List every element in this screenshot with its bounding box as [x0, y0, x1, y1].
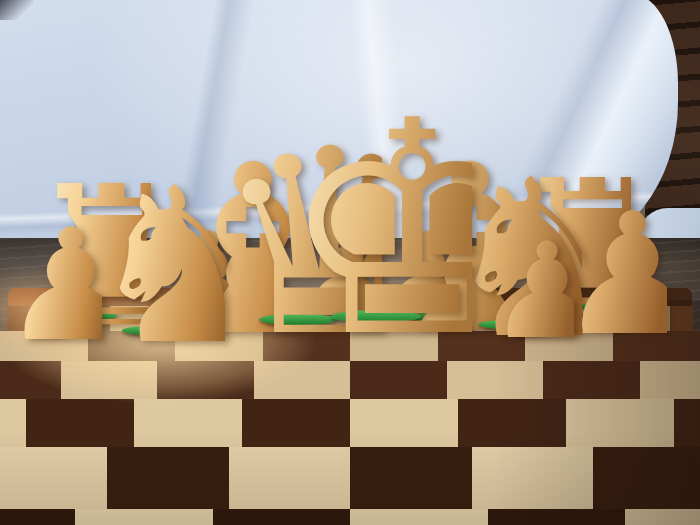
board-square	[472, 447, 594, 509]
chess-set-photo: ♟♜♞♟♝♛♟♚♟♝♞♟♜♟	[0, 0, 700, 525]
board-square	[350, 509, 488, 525]
piece-pawn-a-front: ♟	[2, 223, 103, 335]
piece-pawn-h-front: ♟	[557, 206, 667, 328]
board-square	[458, 399, 566, 447]
board-square	[229, 447, 351, 509]
board-square	[134, 399, 242, 447]
pawn-glyph: ♟	[557, 191, 667, 359]
board-rank	[0, 447, 700, 509]
board-square	[107, 447, 229, 509]
board-square	[26, 399, 134, 447]
board-square	[75, 509, 213, 525]
board-rank	[0, 509, 700, 525]
board-square	[674, 399, 700, 447]
corner-shadow	[0, 0, 34, 20]
board-square	[566, 399, 674, 447]
board-square	[350, 447, 472, 509]
board-square	[242, 399, 350, 447]
board-square	[350, 399, 458, 447]
board-square	[488, 509, 626, 525]
board-square	[593, 447, 700, 509]
pawn-glyph: ♟	[2, 209, 103, 364]
board-rank	[0, 399, 700, 447]
board-square	[213, 509, 351, 525]
piece-king: ♚	[280, 107, 473, 321]
board-square	[0, 447, 107, 509]
board-square	[625, 509, 700, 525]
board-square	[0, 509, 75, 525]
board-square	[0, 399, 26, 447]
king-glyph: ♚	[280, 83, 473, 378]
